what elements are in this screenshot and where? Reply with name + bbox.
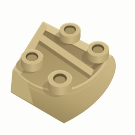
lego-brick-illustration	[0, 0, 135, 135]
stud-hole-floor	[65, 28, 75, 34]
lego-part-photo	[0, 0, 135, 135]
stud-hole-floor	[93, 47, 103, 54]
stud-hole-floor	[27, 55, 37, 62]
stud-hole-floor	[54, 76, 65, 83]
